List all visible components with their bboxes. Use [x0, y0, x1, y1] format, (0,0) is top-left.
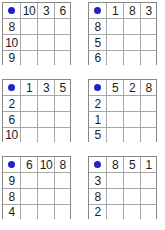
row-header: 8: [3, 19, 20, 34]
row-header: 5: [89, 128, 106, 142]
answer-cell[interactable]: [38, 96, 54, 111]
col-header: 3: [38, 3, 54, 18]
col-header: 6: [21, 157, 37, 172]
answer-cell[interactable]: [141, 96, 156, 111]
col-header: 5: [124, 157, 140, 172]
col-header: 6: [55, 3, 70, 18]
row-header: 4: [3, 205, 20, 219]
row-header: 10: [3, 128, 20, 142]
answer-cell[interactable]: [38, 51, 54, 65]
answer-cell[interactable]: [38, 112, 54, 127]
operator-corner-cell: [3, 80, 20, 95]
row-header: 8: [3, 189, 20, 204]
answer-cell[interactable]: [141, 189, 156, 204]
answer-cell[interactable]: [38, 128, 54, 142]
answer-cell[interactable]: [124, 35, 140, 50]
row-header: 1: [89, 112, 106, 127]
puzzle-grid-3: 1352610: [2, 79, 71, 142]
col-header: 2: [124, 80, 140, 95]
col-header: 10: [21, 3, 37, 18]
col-header: 3: [38, 80, 54, 95]
col-header: 3: [141, 3, 156, 18]
answer-cell[interactable]: [107, 35, 123, 50]
answer-cell[interactable]: [55, 173, 70, 188]
col-header: 10: [38, 157, 54, 172]
answer-cell[interactable]: [124, 19, 140, 34]
worksheet: 1036810918385613526105282156108984851382: [0, 0, 165, 230]
answer-cell[interactable]: [124, 112, 140, 127]
answer-cell[interactable]: [21, 128, 37, 142]
col-header: 1: [107, 3, 123, 18]
answer-cell[interactable]: [38, 19, 54, 34]
answer-cell[interactable]: [38, 173, 54, 188]
answer-cell[interactable]: [107, 112, 123, 127]
answer-cell[interactable]: [141, 19, 156, 34]
answer-cell[interactable]: [107, 96, 123, 111]
row-header: 3: [89, 173, 106, 188]
answer-cell[interactable]: [124, 96, 140, 111]
answer-cell[interactable]: [141, 205, 156, 219]
row-header: 2: [89, 96, 106, 111]
row-header: 5: [89, 35, 106, 50]
operator-corner-cell: [3, 3, 20, 18]
row-header: 6: [3, 112, 20, 127]
answer-cell[interactable]: [55, 205, 70, 219]
answer-cell[interactable]: [141, 173, 156, 188]
puzzle-grid-6: 851382: [88, 156, 157, 219]
answer-cell[interactable]: [38, 35, 54, 50]
row-header: 2: [3, 96, 20, 111]
answer-cell[interactable]: [38, 205, 54, 219]
operator-corner-cell: [89, 157, 106, 172]
operator-dot-icon: [8, 7, 15, 14]
answer-cell[interactable]: [124, 173, 140, 188]
answer-cell[interactable]: [21, 35, 37, 50]
answer-cell[interactable]: [141, 35, 156, 50]
row-header: 6: [89, 51, 106, 65]
operator-dot-icon: [8, 161, 15, 168]
operator-dot-icon: [8, 84, 15, 91]
row-header: 2: [89, 205, 106, 219]
col-header: 5: [107, 80, 123, 95]
answer-cell[interactable]: [21, 205, 37, 219]
col-header: 8: [124, 3, 140, 18]
answer-cell[interactable]: [55, 51, 70, 65]
answer-cell[interactable]: [38, 189, 54, 204]
answer-cell[interactable]: [107, 205, 123, 219]
col-header: 8: [107, 157, 123, 172]
answer-cell[interactable]: [21, 96, 37, 111]
answer-cell[interactable]: [21, 51, 37, 65]
answer-cell[interactable]: [141, 51, 156, 65]
row-header: 9: [3, 51, 20, 65]
answer-cell[interactable]: [107, 51, 123, 65]
answer-cell[interactable]: [107, 128, 123, 142]
answer-cell[interactable]: [55, 96, 70, 111]
answer-cell[interactable]: [124, 205, 140, 219]
operator-dot-icon: [94, 7, 101, 14]
operator-corner-cell: [89, 3, 106, 18]
row-header: 10: [3, 35, 20, 50]
operator-dot-icon: [94, 84, 101, 91]
answer-cell[interactable]: [107, 19, 123, 34]
answer-cell[interactable]: [55, 19, 70, 34]
row-header: 8: [89, 19, 106, 34]
answer-cell[interactable]: [124, 51, 140, 65]
answer-cell[interactable]: [55, 128, 70, 142]
operator-corner-cell: [3, 157, 20, 172]
puzzle-grid-1: 10368109: [2, 2, 71, 65]
puzzle-grid-5: 6108984: [2, 156, 71, 219]
operator-corner-cell: [89, 80, 106, 95]
answer-cell[interactable]: [55, 112, 70, 127]
col-header: 8: [141, 80, 156, 95]
row-header: 8: [89, 189, 106, 204]
answer-cell[interactable]: [107, 189, 123, 204]
answer-cell[interactable]: [124, 189, 140, 204]
answer-cell[interactable]: [55, 35, 70, 50]
answer-cell[interactable]: [21, 173, 37, 188]
answer-cell[interactable]: [21, 112, 37, 127]
answer-cell[interactable]: [141, 128, 156, 142]
col-header: 5: [55, 80, 70, 95]
answer-cell[interactable]: [21, 19, 37, 34]
operator-dot-icon: [94, 161, 101, 168]
col-header: 1: [21, 80, 37, 95]
answer-cell[interactable]: [55, 189, 70, 204]
puzzle-grid-2: 183856: [88, 2, 157, 65]
row-header: 9: [3, 173, 20, 188]
col-header: 1: [141, 157, 156, 172]
answer-cell[interactable]: [107, 173, 123, 188]
col-header: 8: [55, 157, 70, 172]
answer-cell[interactable]: [124, 128, 140, 142]
puzzle-grid-4: 528215: [88, 79, 157, 142]
answer-cell[interactable]: [141, 112, 156, 127]
answer-cell[interactable]: [21, 189, 37, 204]
